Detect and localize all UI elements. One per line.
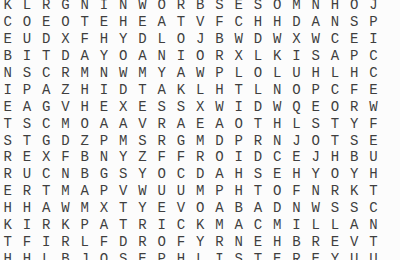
grid-cell[interactable]: I bbox=[94, 81, 113, 98]
grid-cell[interactable]: G bbox=[94, 166, 113, 183]
grid-cell[interactable]: G bbox=[37, 132, 56, 149]
grid-cell[interactable]: F bbox=[17, 233, 36, 250]
grid-cell[interactable]: C bbox=[268, 149, 287, 166]
grid-cell[interactable]: E bbox=[229, 0, 248, 14]
grid-cell[interactable]: I bbox=[17, 217, 36, 234]
grid-cell[interactable]: M bbox=[191, 132, 210, 149]
grid-cell[interactable]: M bbox=[56, 183, 75, 200]
grid-cell[interactable]: I bbox=[210, 250, 229, 260]
grid-cell[interactable]: F bbox=[56, 149, 75, 166]
grid-cell[interactable]: S bbox=[17, 65, 36, 82]
grid-cell[interactable]: J bbox=[75, 250, 94, 260]
grid-cell[interactable]: L bbox=[306, 217, 325, 234]
grid-cell[interactable]: T bbox=[17, 132, 36, 149]
grid-cell[interactable]: S bbox=[306, 115, 325, 132]
grid-cell[interactable]: K bbox=[268, 48, 287, 65]
grid-cell[interactable]: N bbox=[229, 233, 248, 250]
grid-cell[interactable]: R bbox=[152, 132, 171, 149]
grid-cell[interactable]: N bbox=[56, 166, 75, 183]
grid-cell[interactable]: B bbox=[75, 166, 94, 183]
grid-cell[interactable]: F bbox=[210, 14, 229, 31]
grid-cell[interactable]: E bbox=[306, 98, 325, 115]
grid-cell[interactable]: T bbox=[248, 183, 267, 200]
grid-cell[interactable]: W bbox=[306, 200, 325, 217]
grid-cell[interactable]: N bbox=[94, 149, 113, 166]
grid-cell[interactable]: I bbox=[229, 149, 248, 166]
grid-cell[interactable]: P bbox=[306, 81, 325, 98]
grid-cell[interactable]: O bbox=[94, 250, 113, 260]
grid-cell[interactable]: W bbox=[56, 200, 75, 217]
grid-cell[interactable]: A bbox=[210, 200, 229, 217]
grid-cell[interactable]: L bbox=[248, 81, 267, 98]
grid-cell[interactable]: O bbox=[56, 14, 75, 31]
grid-cell[interactable]: Y bbox=[133, 200, 152, 217]
grid-cell[interactable]: T bbox=[248, 115, 267, 132]
grid-cell[interactable]: N bbox=[75, 0, 94, 14]
grid-cell[interactable]: R bbox=[133, 233, 152, 250]
grid-cell[interactable]: R bbox=[56, 233, 75, 250]
grid-cell[interactable]: J bbox=[287, 132, 306, 149]
grid-cell[interactable]: O bbox=[75, 115, 94, 132]
grid-cell[interactable]: H bbox=[0, 250, 17, 260]
grid-cell[interactable]: C bbox=[325, 31, 344, 48]
grid-cell[interactable]: D bbox=[210, 132, 229, 149]
grid-cell[interactable]: W bbox=[364, 98, 383, 115]
grid-cell[interactable]: J bbox=[191, 31, 210, 48]
grid-cell[interactable]: A bbox=[171, 65, 190, 82]
grid-cell[interactable]: I bbox=[287, 217, 306, 234]
grid-cell[interactable]: T bbox=[171, 14, 190, 31]
grid-cell[interactable]: O bbox=[152, 166, 171, 183]
grid-cell[interactable]: R bbox=[17, 183, 36, 200]
grid-cell[interactable]: D bbox=[248, 98, 267, 115]
grid-cell[interactable]: O bbox=[191, 200, 210, 217]
grid-cell[interactable]: D bbox=[133, 31, 152, 48]
grid-cell[interactable]: F bbox=[345, 81, 364, 98]
grid-cell[interactable]: W bbox=[133, 183, 152, 200]
grid-cell[interactable]: B bbox=[287, 233, 306, 250]
grid-cell[interactable]: P bbox=[94, 183, 113, 200]
grid-cell[interactable]: C bbox=[171, 166, 190, 183]
grid-cell[interactable]: U bbox=[171, 183, 190, 200]
grid-cell[interactable]: X bbox=[94, 200, 113, 217]
grid-cell[interactable]: N bbox=[152, 48, 171, 65]
grid-cell[interactable]: O bbox=[325, 166, 344, 183]
grid-cell[interactable]: B bbox=[191, 0, 210, 14]
grid-cell[interactable]: K bbox=[0, 0, 17, 14]
grid-cell[interactable]: W bbox=[191, 65, 210, 82]
grid-cell[interactable]: A bbox=[114, 115, 133, 132]
grid-cell[interactable]: C bbox=[229, 14, 248, 31]
grid-cell[interactable]: D bbox=[287, 14, 306, 31]
grid-cell[interactable]: H bbox=[171, 250, 190, 260]
grid-cell[interactable]: H bbox=[17, 250, 36, 260]
grid-cell[interactable]: P bbox=[17, 81, 36, 98]
grid-cell[interactable]: E bbox=[345, 31, 364, 48]
grid-cell[interactable]: R bbox=[133, 217, 152, 234]
grid-cell[interactable]: T bbox=[325, 115, 344, 132]
grid-cell[interactable]: I bbox=[94, 0, 113, 14]
grid-cell[interactable]: Z bbox=[56, 81, 75, 98]
grid-cell[interactable]: U bbox=[345, 250, 364, 260]
grid-cell[interactable]: E bbox=[133, 250, 152, 260]
grid-cell[interactable]: O bbox=[229, 115, 248, 132]
grid-cell[interactable]: R bbox=[210, 48, 229, 65]
grid-cell[interactable]: R bbox=[248, 132, 267, 149]
grid-cell[interactable]: G bbox=[171, 132, 190, 149]
grid-cell[interactable]: V bbox=[191, 14, 210, 31]
grid-cell[interactable]: W bbox=[114, 65, 133, 82]
grid-cell[interactable]: S bbox=[229, 250, 248, 260]
grid-cell[interactable]: E bbox=[248, 233, 267, 250]
grid-cell[interactable]: B bbox=[210, 31, 229, 48]
grid-cell[interactable]: R bbox=[37, 217, 56, 234]
grid-cell[interactable]: Y bbox=[133, 166, 152, 183]
grid-cell[interactable]: H bbox=[229, 183, 248, 200]
grid-cell[interactable]: T bbox=[75, 14, 94, 31]
grid-cell[interactable]: L bbox=[248, 48, 267, 65]
grid-cell[interactable]: H bbox=[210, 81, 229, 98]
grid-cell[interactable]: U bbox=[287, 65, 306, 82]
grid-cell[interactable]: U bbox=[152, 183, 171, 200]
grid-cell[interactable]: I bbox=[0, 81, 17, 98]
grid-cell[interactable]: V bbox=[133, 115, 152, 132]
grid-cell[interactable]: D bbox=[248, 31, 267, 48]
grid-cell[interactable]: K bbox=[171, 81, 190, 98]
grid-cell[interactable]: Y bbox=[191, 233, 210, 250]
grid-cell[interactable]: V bbox=[114, 183, 133, 200]
grid-cell[interactable]: J bbox=[364, 0, 383, 14]
grid-cell[interactable]: E bbox=[268, 250, 287, 260]
grid-cell[interactable]: A bbox=[345, 217, 364, 234]
grid-cell[interactable]: K bbox=[345, 183, 364, 200]
grid-cell[interactable]: E bbox=[152, 200, 171, 217]
grid-cell[interactable]: W bbox=[268, 98, 287, 115]
grid-cell[interactable]: I bbox=[287, 48, 306, 65]
grid-cell[interactable]: M bbox=[210, 217, 229, 234]
grid-cell[interactable]: X bbox=[56, 31, 75, 48]
grid-cell[interactable]: O bbox=[268, 0, 287, 14]
grid-cell[interactable]: I bbox=[17, 48, 36, 65]
grid-cell[interactable]: P bbox=[152, 250, 171, 260]
grid-cell[interactable]: K bbox=[56, 217, 75, 234]
grid-cell[interactable]: D bbox=[191, 166, 210, 183]
grid-cell[interactable]: X bbox=[287, 31, 306, 48]
grid-cell[interactable]: H bbox=[17, 200, 36, 217]
grid-cell[interactable]: H bbox=[114, 14, 133, 31]
grid-cell[interactable]: N bbox=[287, 200, 306, 217]
grid-cell[interactable]: B bbox=[56, 250, 75, 260]
grid-cell[interactable]: E bbox=[0, 31, 17, 48]
grid-cell[interactable]: N bbox=[114, 0, 133, 14]
grid-cell[interactable]: T bbox=[114, 200, 133, 217]
grid-cell[interactable]: C bbox=[364, 48, 383, 65]
grid-cell[interactable]: C bbox=[37, 65, 56, 82]
grid-cell[interactable]: A bbox=[94, 115, 113, 132]
grid-cell[interactable]: Z bbox=[75, 132, 94, 149]
grid-cell[interactable]: R bbox=[152, 115, 171, 132]
grid-cell[interactable]: Y bbox=[114, 31, 133, 48]
grid-cell[interactable]: O bbox=[210, 149, 229, 166]
grid-cell[interactable]: M bbox=[287, 0, 306, 14]
grid-cell[interactable]: N bbox=[268, 81, 287, 98]
grid-cell[interactable]: G bbox=[37, 98, 56, 115]
grid-cell[interactable]: S bbox=[248, 166, 267, 183]
grid-cell[interactable]: N bbox=[268, 132, 287, 149]
grid-cell[interactable]: E bbox=[268, 166, 287, 183]
grid-cell[interactable]: A bbox=[325, 48, 344, 65]
grid-cell[interactable]: S bbox=[248, 0, 267, 14]
grid-cell[interactable]: X bbox=[229, 48, 248, 65]
grid-cell[interactable]: R bbox=[0, 149, 17, 166]
grid-cell[interactable]: E bbox=[94, 14, 113, 31]
grid-cell[interactable]: Y bbox=[114, 149, 133, 166]
grid-cell[interactable]: T bbox=[0, 115, 17, 132]
grid-cell[interactable]: S bbox=[345, 200, 364, 217]
grid-cell[interactable]: Y bbox=[345, 166, 364, 183]
grid-cell[interactable]: P bbox=[345, 48, 364, 65]
grid-cell[interactable]: S bbox=[0, 132, 17, 149]
grid-cell[interactable]: N bbox=[0, 65, 17, 82]
grid-cell[interactable]: T bbox=[133, 81, 152, 98]
grid-cell[interactable]: M bbox=[114, 132, 133, 149]
grid-cell[interactable]: E bbox=[0, 98, 17, 115]
grid-cell[interactable]: A bbox=[210, 166, 229, 183]
grid-cell[interactable]: N bbox=[94, 65, 113, 82]
grid-cell[interactable]: X bbox=[37, 149, 56, 166]
grid-cell[interactable]: C bbox=[37, 115, 56, 132]
grid-cell[interactable]: L bbox=[17, 0, 36, 14]
grid-cell[interactable]: N bbox=[364, 217, 383, 234]
grid-cell[interactable]: S bbox=[171, 98, 190, 115]
grid-cell[interactable]: H bbox=[268, 14, 287, 31]
grid-cell[interactable]: I bbox=[171, 48, 190, 65]
grid-cell[interactable]: N bbox=[306, 183, 325, 200]
grid-cell[interactable]: C bbox=[37, 166, 56, 183]
grid-cell[interactable]: K bbox=[0, 217, 17, 234]
grid-cell[interactable]: Q bbox=[287, 98, 306, 115]
grid-cell[interactable]: G bbox=[56, 0, 75, 14]
grid-cell[interactable]: B bbox=[345, 149, 364, 166]
grid-cell[interactable]: H bbox=[325, 149, 344, 166]
grid-cell[interactable]: S bbox=[210, 0, 229, 14]
grid-cell[interactable]: E bbox=[287, 149, 306, 166]
grid-cell[interactable]: T bbox=[37, 48, 56, 65]
grid-cell[interactable]: R bbox=[171, 0, 190, 14]
grid-cell[interactable]: I bbox=[152, 217, 171, 234]
grid-cell[interactable]: F bbox=[171, 233, 190, 250]
grid-cell[interactable]: H bbox=[268, 115, 287, 132]
grid-cell[interactable]: P bbox=[94, 132, 113, 149]
grid-cell[interactable]: M bbox=[133, 65, 152, 82]
grid-cell[interactable]: O bbox=[268, 183, 287, 200]
grid-cell[interactable]: D bbox=[114, 233, 133, 250]
grid-cell[interactable]: R bbox=[306, 233, 325, 250]
grid-cell[interactable]: T bbox=[325, 132, 344, 149]
grid-cell[interactable]: U bbox=[17, 166, 36, 183]
grid-cell[interactable]: Y bbox=[152, 65, 171, 82]
grid-cell[interactable]: X bbox=[191, 98, 210, 115]
grid-cell[interactable]: L bbox=[325, 217, 344, 234]
grid-cell[interactable]: Y bbox=[306, 166, 325, 183]
grid-cell[interactable]: O bbox=[17, 14, 36, 31]
grid-cell[interactable]: E bbox=[37, 14, 56, 31]
grid-cell[interactable]: F bbox=[171, 149, 190, 166]
grid-cell[interactable]: F bbox=[364, 115, 383, 132]
grid-cell[interactable]: W bbox=[229, 31, 248, 48]
grid-cell[interactable]: D bbox=[56, 48, 75, 65]
grid-cell[interactable]: R bbox=[345, 98, 364, 115]
grid-cell[interactable]: K bbox=[191, 217, 210, 234]
grid-cell[interactable]: D bbox=[37, 31, 56, 48]
grid-cell[interactable]: A bbox=[94, 217, 113, 234]
grid-cell[interactable]: Y bbox=[325, 250, 344, 260]
grid-cell[interactable]: A bbox=[133, 48, 152, 65]
grid-cell[interactable]: W bbox=[133, 0, 152, 14]
grid-cell[interactable]: W bbox=[210, 98, 229, 115]
grid-cell[interactable]: O bbox=[191, 48, 210, 65]
grid-cell[interactable]: E bbox=[0, 183, 17, 200]
grid-cell[interactable]: H bbox=[268, 233, 287, 250]
grid-cell[interactable]: N bbox=[325, 14, 344, 31]
grid-cell[interactable]: H bbox=[345, 65, 364, 82]
grid-cell[interactable]: B bbox=[0, 48, 17, 65]
grid-cell[interactable]: A bbox=[229, 217, 248, 234]
grid-cell[interactable]: D bbox=[56, 132, 75, 149]
grid-cell[interactable]: P bbox=[229, 132, 248, 149]
grid-cell[interactable]: A bbox=[37, 81, 56, 98]
grid-cell[interactable]: E bbox=[306, 250, 325, 260]
grid-cell[interactable]: O bbox=[248, 65, 267, 82]
grid-cell[interactable]: X bbox=[114, 98, 133, 115]
grid-cell[interactable]: A bbox=[37, 200, 56, 217]
grid-cell[interactable]: M bbox=[191, 183, 210, 200]
grid-cell[interactable]: M bbox=[75, 65, 94, 82]
grid-cell[interactable]: F bbox=[94, 233, 113, 250]
grid-cell[interactable]: S bbox=[114, 250, 133, 260]
grid-cell[interactable]: N bbox=[306, 0, 325, 14]
grid-cell[interactable]: P bbox=[364, 14, 383, 31]
grid-cell[interactable]: D bbox=[248, 149, 267, 166]
grid-cell[interactable]: E bbox=[325, 233, 344, 250]
grid-cell[interactable]: M bbox=[268, 217, 287, 234]
grid-cell[interactable]: E bbox=[364, 81, 383, 98]
grid-cell[interactable]: F bbox=[152, 149, 171, 166]
grid-cell[interactable]: C bbox=[325, 81, 344, 98]
grid-cell[interactable]: T bbox=[248, 250, 267, 260]
grid-cell[interactable]: P bbox=[75, 217, 94, 234]
grid-cell[interactable]: S bbox=[306, 48, 325, 65]
grid-cell[interactable]: C bbox=[364, 200, 383, 217]
grid-cell[interactable]: H bbox=[229, 166, 248, 183]
grid-cell[interactable]: E bbox=[191, 115, 210, 132]
grid-cell[interactable]: L bbox=[229, 65, 248, 82]
grid-cell[interactable]: I bbox=[229, 98, 248, 115]
grid-cell[interactable]: O bbox=[345, 0, 364, 14]
grid-cell[interactable]: R bbox=[37, 0, 56, 14]
grid-cell[interactable]: A bbox=[171, 115, 190, 132]
grid-cell[interactable]: O bbox=[171, 31, 190, 48]
grid-cell[interactable]: A bbox=[210, 115, 229, 132]
grid-cell[interactable]: T bbox=[37, 183, 56, 200]
grid-cell[interactable]: A bbox=[152, 81, 171, 98]
grid-cell[interactable]: M bbox=[75, 200, 94, 217]
grid-cell[interactable]: T bbox=[0, 233, 17, 250]
grid-cell[interactable]: W bbox=[268, 31, 287, 48]
grid-cell[interactable]: E bbox=[94, 98, 113, 115]
grid-cell[interactable]: S bbox=[345, 14, 364, 31]
grid-cell[interactable]: L bbox=[325, 65, 344, 82]
grid-cell[interactable]: A bbox=[17, 98, 36, 115]
grid-cell[interactable]: F bbox=[75, 31, 94, 48]
grid-cell[interactable]: T bbox=[364, 183, 383, 200]
grid-cell[interactable]: C bbox=[364, 65, 383, 82]
grid-cell[interactable]: W bbox=[306, 31, 325, 48]
grid-cell[interactable]: H bbox=[306, 65, 325, 82]
grid-cell[interactable]: O bbox=[152, 0, 171, 14]
grid-cell[interactable]: Y bbox=[345, 115, 364, 132]
grid-cell[interactable]: R bbox=[325, 183, 344, 200]
grid-cell[interactable]: L bbox=[287, 115, 306, 132]
grid-cell[interactable]: H bbox=[75, 98, 94, 115]
grid-cell[interactable]: S bbox=[345, 132, 364, 149]
grid-cell[interactable]: L bbox=[191, 81, 210, 98]
grid-cell[interactable]: D bbox=[114, 81, 133, 98]
grid-cell[interactable]: P bbox=[210, 65, 229, 82]
grid-cell[interactable]: H bbox=[75, 81, 94, 98]
grid-cell[interactable]: R bbox=[287, 250, 306, 260]
grid-cell[interactable]: O bbox=[287, 81, 306, 98]
grid-cell[interactable]: P bbox=[210, 183, 229, 200]
grid-cell[interactable]: U bbox=[364, 250, 383, 260]
grid-cell[interactable]: S bbox=[133, 132, 152, 149]
grid-cell[interactable]: T bbox=[364, 233, 383, 250]
grid-cell[interactable]: B bbox=[75, 149, 94, 166]
grid-cell[interactable]: S bbox=[325, 200, 344, 217]
grid-cell[interactable]: U bbox=[17, 31, 36, 48]
grid-cell[interactable]: Z bbox=[133, 149, 152, 166]
grid-cell[interactable]: O bbox=[306, 132, 325, 149]
grid-cell[interactable]: H bbox=[0, 200, 17, 217]
grid-cell[interactable]: O bbox=[325, 98, 344, 115]
grid-cell[interactable]: I bbox=[37, 233, 56, 250]
grid-cell[interactable]: L bbox=[191, 250, 210, 260]
grid-cell[interactable]: L bbox=[152, 31, 171, 48]
grid-cell[interactable]: R bbox=[0, 166, 17, 183]
grid-cell[interactable]: R bbox=[191, 149, 210, 166]
grid-cell[interactable]: H bbox=[364, 166, 383, 183]
grid-cell[interactable]: I bbox=[364, 31, 383, 48]
grid-cell[interactable]: H bbox=[248, 14, 267, 31]
grid-cell[interactable]: L bbox=[37, 250, 56, 260]
grid-cell[interactable]: C bbox=[171, 217, 190, 234]
grid-cell[interactable]: A bbox=[75, 183, 94, 200]
grid-cell[interactable]: H bbox=[325, 0, 344, 14]
grid-cell[interactable]: C bbox=[248, 217, 267, 234]
grid-cell[interactable]: H bbox=[287, 166, 306, 183]
grid-cell[interactable]: S bbox=[114, 166, 133, 183]
grid-cell[interactable]: M bbox=[56, 115, 75, 132]
grid-cell[interactable]: A bbox=[306, 14, 325, 31]
grid-cell[interactable]: B bbox=[229, 200, 248, 217]
grid-cell[interactable]: C bbox=[0, 14, 17, 31]
grid-cell[interactable]: E bbox=[364, 132, 383, 149]
grid-cell[interactable]: T bbox=[229, 81, 248, 98]
grid-cell[interactable]: Y bbox=[94, 48, 113, 65]
grid-cell[interactable]: E bbox=[133, 98, 152, 115]
grid-cell[interactable]: L bbox=[268, 65, 287, 82]
grid-cell[interactable]: S bbox=[152, 98, 171, 115]
